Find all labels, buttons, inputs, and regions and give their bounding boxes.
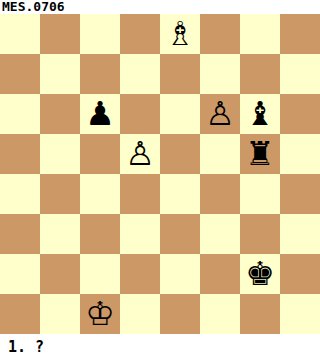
square-c5[interactable] [80,134,120,174]
square-b7[interactable] [40,54,80,94]
piece-white-pawn: ♙ [205,94,235,134]
square-h8[interactable] [280,14,320,54]
square-a7[interactable] [0,54,40,94]
chess-board: ♗♟♙♝♙♜♚♔ [0,14,320,334]
piece-black-bishop: ♝ [245,94,275,134]
square-h1[interactable] [280,294,320,334]
square-e7[interactable] [160,54,200,94]
square-f6[interactable]: ♙ [200,94,240,134]
square-e3[interactable] [160,214,200,254]
square-h6[interactable] [280,94,320,134]
square-d3[interactable] [120,214,160,254]
move-prompt: 1. ? [0,334,320,360]
square-h7[interactable] [280,54,320,94]
square-f2[interactable] [200,254,240,294]
square-a4[interactable] [0,174,40,214]
square-c6[interactable]: ♟ [80,94,120,134]
square-c2[interactable] [80,254,120,294]
square-c7[interactable] [80,54,120,94]
square-c4[interactable] [80,174,120,214]
square-d6[interactable] [120,94,160,134]
piece-white-pawn: ♙ [125,134,155,174]
square-a2[interactable] [0,254,40,294]
square-b4[interactable] [40,174,80,214]
square-f1[interactable] [200,294,240,334]
square-e4[interactable] [160,174,200,214]
square-e5[interactable] [160,134,200,174]
square-b1[interactable] [40,294,80,334]
square-d1[interactable] [120,294,160,334]
square-g6[interactable]: ♝ [240,94,280,134]
puzzle-id-label: MES.0706 [0,0,320,14]
square-h5[interactable] [280,134,320,174]
square-a5[interactable] [0,134,40,174]
piece-white-bishop: ♗ [165,14,195,54]
square-g8[interactable] [240,14,280,54]
square-a6[interactable] [0,94,40,134]
square-f3[interactable] [200,214,240,254]
piece-black-king: ♚ [245,254,275,294]
piece-black-pawn: ♟ [85,94,115,134]
square-d8[interactable] [120,14,160,54]
square-e6[interactable] [160,94,200,134]
square-e2[interactable] [160,254,200,294]
piece-black-rook: ♜ [245,134,275,174]
square-a3[interactable] [0,214,40,254]
square-g5[interactable]: ♜ [240,134,280,174]
square-d2[interactable] [120,254,160,294]
square-g3[interactable] [240,214,280,254]
square-c3[interactable] [80,214,120,254]
square-a8[interactable] [0,14,40,54]
square-h2[interactable] [280,254,320,294]
square-b6[interactable] [40,94,80,134]
square-d4[interactable] [120,174,160,214]
square-f5[interactable] [200,134,240,174]
square-g2[interactable]: ♚ [240,254,280,294]
square-e8[interactable]: ♗ [160,14,200,54]
square-d7[interactable] [120,54,160,94]
square-g7[interactable] [240,54,280,94]
square-g4[interactable] [240,174,280,214]
square-f4[interactable] [200,174,240,214]
square-b3[interactable] [40,214,80,254]
square-f7[interactable] [200,54,240,94]
square-c1[interactable]: ♔ [80,294,120,334]
square-b8[interactable] [40,14,80,54]
square-c8[interactable] [80,14,120,54]
square-b2[interactable] [40,254,80,294]
square-b5[interactable] [40,134,80,174]
square-h3[interactable] [280,214,320,254]
square-f8[interactable] [200,14,240,54]
piece-white-king: ♔ [85,294,115,334]
square-a1[interactable] [0,294,40,334]
square-g1[interactable] [240,294,280,334]
square-d5[interactable]: ♙ [120,134,160,174]
square-h4[interactable] [280,174,320,214]
square-e1[interactable] [160,294,200,334]
